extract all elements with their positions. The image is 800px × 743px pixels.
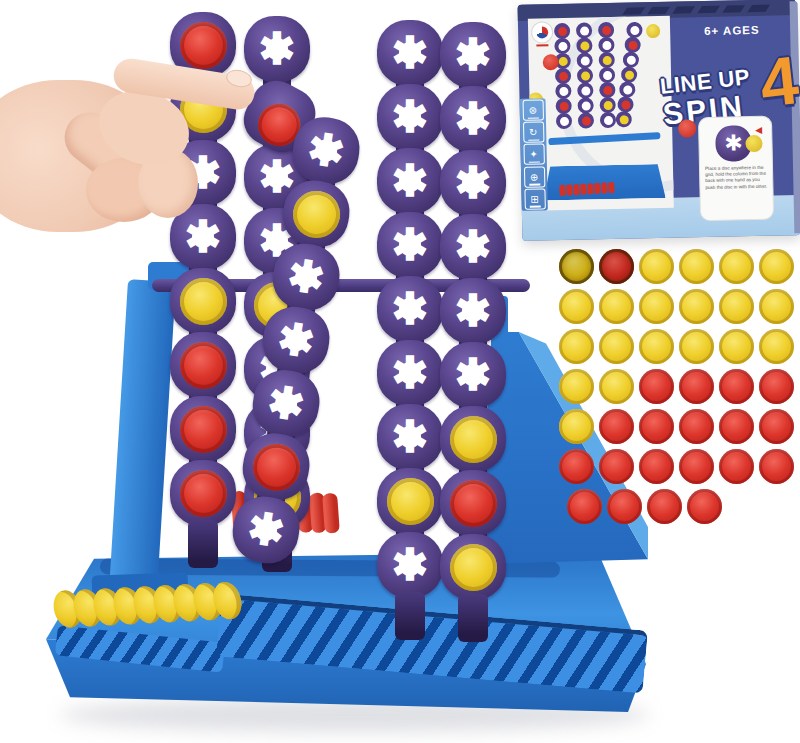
brand-logo xyxy=(531,21,553,43)
yellow-disc xyxy=(450,544,497,591)
red-disc xyxy=(450,480,497,527)
ring-row-1: ✱ xyxy=(288,113,364,189)
ring-row-1: ✱ xyxy=(244,16,310,82)
ring-row-7: ✱ xyxy=(377,404,443,470)
red-disc xyxy=(679,449,714,484)
yellow-disc xyxy=(289,187,343,241)
yellow-disc xyxy=(719,329,754,364)
ring-row-5 xyxy=(170,268,236,334)
ring-row-8 xyxy=(377,468,443,534)
mini-ring xyxy=(578,112,594,128)
game-box: ⊛↻✦⊕⊞ 6+ AGES LINE UP SPIN 4 ✱ ◀ Place a… xyxy=(518,0,800,241)
feature-icon-3: ✦ xyxy=(523,144,544,165)
empty-ring-hole: ✱ xyxy=(386,221,434,269)
box-art-mini-board xyxy=(554,22,638,129)
empty-ring-hole: ✱ xyxy=(449,95,497,143)
ring-row-4: ✱ xyxy=(440,214,506,280)
mini-ring xyxy=(556,113,572,129)
empty-ring-hole: ✱ xyxy=(386,29,434,77)
mini-ring xyxy=(600,97,616,113)
mini-ring xyxy=(577,52,593,68)
mini-ring xyxy=(599,52,615,68)
red-disc xyxy=(249,440,303,494)
inset-instruction-text: Place a disc anywhere in the grid, hold … xyxy=(705,165,769,191)
mini-ring xyxy=(577,67,593,83)
tray-row-2 xyxy=(556,286,796,326)
yellow-disc xyxy=(639,249,674,284)
box-art-panel xyxy=(528,16,674,211)
inset-yellow-disc xyxy=(745,135,762,152)
red-disc xyxy=(180,22,227,69)
box-instruction-inset: ✱ ◀ Place a disc anywhere in the grid, h… xyxy=(698,116,774,222)
box-red-disc xyxy=(678,119,696,137)
yellow-disc xyxy=(559,409,594,444)
yellow-disc xyxy=(759,249,794,284)
red-disc xyxy=(759,369,794,404)
red-disc xyxy=(180,342,227,389)
yellow-disc xyxy=(639,289,674,324)
tray-row-1 xyxy=(556,246,796,286)
ring-row-2: ✱ xyxy=(377,84,443,150)
mini-ring xyxy=(576,22,592,38)
empty-ring-hole: ✱ xyxy=(299,123,354,178)
red-disc xyxy=(639,369,674,404)
empty-ring-hole: ✱ xyxy=(386,93,434,141)
yellow-disc xyxy=(599,329,634,364)
mini-column-2 xyxy=(576,23,594,128)
mini-ring xyxy=(600,112,616,128)
ring-row-6 xyxy=(170,332,236,398)
red-disc xyxy=(719,449,754,484)
ring-row-4: ✱ xyxy=(258,302,334,378)
mini-ring xyxy=(598,37,614,53)
ring-row-5: ✱ xyxy=(440,278,506,344)
mini-ring xyxy=(599,82,615,98)
red-disc xyxy=(180,470,227,517)
yellow-disc xyxy=(759,329,794,364)
empty-ring-hole: ✱ xyxy=(449,223,497,271)
mini-ring xyxy=(555,68,571,84)
mini-column-1 xyxy=(554,24,572,129)
red-disc xyxy=(687,489,722,524)
mini-ring xyxy=(576,37,592,53)
ring-row-3: ✱ xyxy=(268,239,344,315)
box-title-number: 4 xyxy=(757,45,800,117)
ring-row-8 xyxy=(440,470,506,536)
ring-row-4: ✱ xyxy=(377,212,443,278)
red-disc xyxy=(679,369,714,404)
feature-icon-4: ⊕ xyxy=(523,166,544,187)
tray-row-3 xyxy=(556,326,796,366)
red-disc xyxy=(719,369,754,404)
ring-row-2 xyxy=(278,176,354,252)
empty-ring-hole: ✱ xyxy=(386,541,434,589)
product-photo: ✱✱ ✱✱✱✱✱ ✱✱✱✱✱ ✱✱✱✱✱✱✱✱ ✱✱✱✱✱✱ ⊛↻✦⊕⊞ 6+ … xyxy=(0,0,800,743)
empty-ring-hole: ✱ xyxy=(449,287,497,335)
red-disc xyxy=(559,449,594,484)
tray-row-7 xyxy=(564,486,796,526)
mini-ring xyxy=(554,23,570,39)
empty-ring-hole: ✱ xyxy=(253,25,301,73)
board-column-4: ✱✱✱✱✱✱✱✱ xyxy=(377,22,443,598)
ring-row-7: ✱ xyxy=(228,492,304,568)
ring-row-9 xyxy=(440,534,506,600)
yellow-disc xyxy=(559,329,594,364)
mini-column-3 xyxy=(598,23,616,128)
ring-row-7 xyxy=(170,396,236,462)
ring-row-8 xyxy=(170,460,236,526)
inset-arrow-icon: ◀ xyxy=(755,125,762,135)
red-disc xyxy=(647,489,682,524)
mini-ring xyxy=(554,38,570,54)
box-age-label: 6+ AGES xyxy=(704,24,760,37)
red-disc xyxy=(719,409,754,444)
tray-row-5 xyxy=(556,406,796,446)
mini-ring xyxy=(556,98,572,114)
yellow-disc xyxy=(559,249,594,284)
ring-row-5: ✱ xyxy=(377,276,443,342)
red-disc xyxy=(180,406,227,453)
tray-row-6 xyxy=(556,446,796,486)
red-disc xyxy=(567,489,602,524)
yellow-disc xyxy=(450,416,497,463)
yellow-disc xyxy=(599,369,634,404)
board-column-5: ✱✱✱✱✱✱ xyxy=(440,24,506,600)
empty-ring-hole: ✱ xyxy=(449,351,497,399)
empty-ring-hole: ✱ xyxy=(386,157,434,205)
ring-row-6: ✱ xyxy=(377,340,443,406)
yellow-disc xyxy=(559,289,594,324)
empty-ring-hole: ✱ xyxy=(239,502,294,557)
yellow-disc xyxy=(679,249,714,284)
ring-row-2: ✱ xyxy=(440,86,506,152)
red-disc xyxy=(759,449,794,484)
mini-ring xyxy=(599,67,615,83)
stand-left-leg xyxy=(109,279,176,589)
feature-icon-2: ↻ xyxy=(523,122,544,143)
red-disc xyxy=(599,249,634,284)
yellow-disc xyxy=(759,289,794,324)
mini-ring xyxy=(615,110,633,128)
ring-row-1: ✱ xyxy=(440,22,506,88)
yellow-disc xyxy=(719,249,754,284)
mini-ring xyxy=(577,82,593,98)
yellow-disc xyxy=(719,289,754,324)
ring-row-3: ✱ xyxy=(377,148,443,214)
red-disc xyxy=(607,489,642,524)
ring-row-6 xyxy=(238,429,314,505)
disc-tray xyxy=(556,246,796,526)
ring-row-5: ✱ xyxy=(248,366,324,442)
ring-row-1: ✱ xyxy=(377,20,443,86)
box-feature-icons: ⊛↻✦⊕⊞ xyxy=(520,98,548,211)
yellow-disc xyxy=(599,289,634,324)
red-disc xyxy=(679,409,714,444)
tray-row-4 xyxy=(556,366,796,406)
empty-ring-hole: ✱ xyxy=(269,313,324,368)
yellow-disc xyxy=(559,369,594,404)
empty-ring-hole: ✱ xyxy=(386,285,434,333)
yellow-disc xyxy=(679,289,714,324)
mini-ring xyxy=(555,83,571,99)
empty-ring-hole: ✱ xyxy=(449,159,497,207)
ring-row-6: ✱ xyxy=(440,342,506,408)
empty-ring-hole: ✱ xyxy=(386,349,434,397)
feature-icon-1: ⊛ xyxy=(522,100,543,121)
red-disc xyxy=(599,449,634,484)
red-disc xyxy=(639,449,674,484)
empty-ring-hole: ✱ xyxy=(279,250,334,305)
empty-ring-hole: ✱ xyxy=(259,376,314,431)
mini-ring xyxy=(578,97,594,113)
ring-row-3: ✱ xyxy=(440,150,506,216)
feature-icon-5: ⊞ xyxy=(524,188,545,209)
yellow-disc xyxy=(639,329,674,364)
empty-ring-hole: ✱ xyxy=(449,31,497,79)
yellow-disc xyxy=(679,329,714,364)
yellow-disc xyxy=(387,478,434,525)
yellow-disc xyxy=(180,278,227,325)
empty-ring-hole: ✱ xyxy=(179,213,227,261)
ring-row-9: ✱ xyxy=(377,532,443,598)
red-disc xyxy=(639,409,674,444)
red-disc xyxy=(759,409,794,444)
ring-row-7 xyxy=(440,406,506,472)
mini-ring xyxy=(598,22,614,38)
empty-ring-hole: ✱ xyxy=(386,413,434,461)
red-disc xyxy=(599,409,634,444)
